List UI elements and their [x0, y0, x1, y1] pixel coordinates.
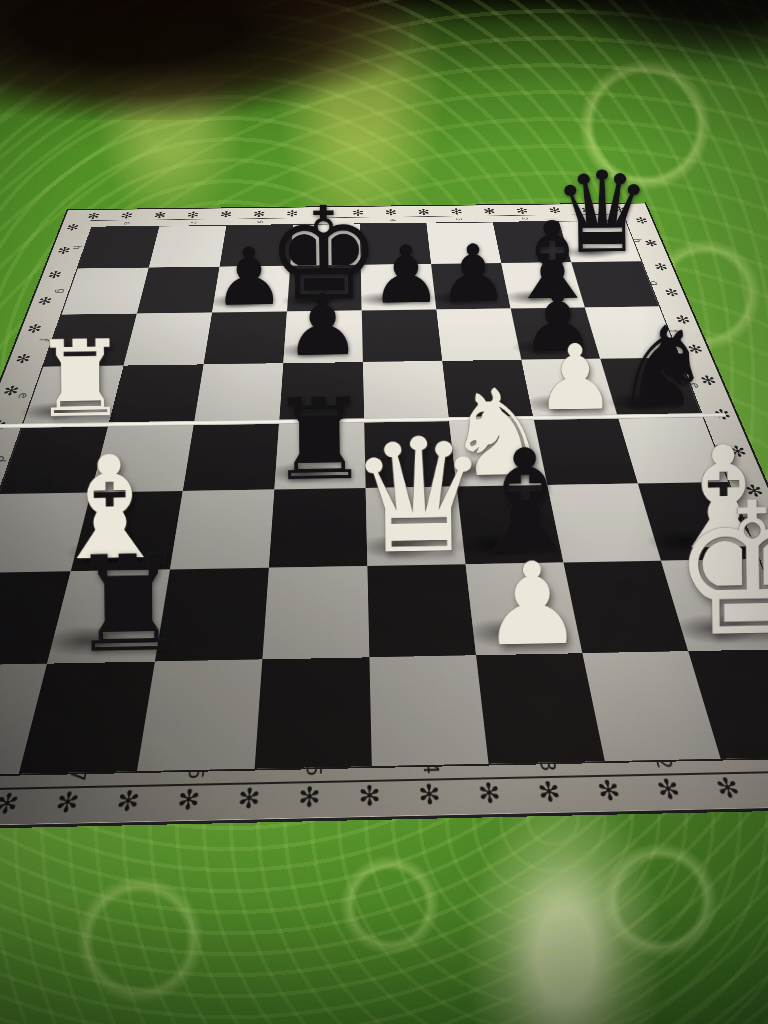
square-f3[interactable]: [436, 309, 521, 361]
square-f4[interactable]: [362, 310, 442, 363]
square-b4[interactable]: [367, 564, 476, 657]
square-b5[interactable]: [262, 566, 369, 659]
piece-black-pawn-f5[interactable]: ♟: [284, 282, 361, 368]
chess-board[interactable]: ✻ ✻ ✻ ✻ ✻ ✻ ✻ ✻ ✻ ✻ ✻ ✻ ✻ ✻ ✻ ✻ ✻ ✻ ✻ ✻ …: [0, 202, 768, 832]
piece-white-king-b1[interactable]: ♚: [670, 477, 768, 663]
square-b3[interactable]: ♟: [466, 562, 583, 655]
rank-label-5: 5: [321, 202, 333, 240]
piece-white-pawn-b3[interactable]: ♟: [481, 547, 584, 663]
rank-label-4: 4: [386, 202, 399, 240]
board-grid: ♛♟♚♟♟♝♟♟♜♟♞♜♞♝♛♝♝♜♟♚: [0, 221, 768, 776]
piece-black-pawn-g3[interactable]: ♟: [437, 234, 509, 314]
photo-root: { "game": "chess", "position": { "fen": …: [0, 0, 768, 1024]
square-g4[interactable]: ♟: [361, 264, 437, 311]
square-g3[interactable]: ♟: [431, 263, 511, 309]
piece-black-pawn-g4[interactable]: ♟: [370, 235, 442, 315]
rank-label-5: 5: [301, 713, 325, 833]
square-f5[interactable]: ♟: [283, 311, 363, 364]
square-c4[interactable]: ♛: [366, 486, 466, 565]
square-f7[interactable]: [124, 313, 212, 366]
board-scene: ✻ ✻ ✻ ✻ ✻ ✻ ✻ ✻ ✻ ✻ ✻ ✻ ✻ ✻ ✻ ✻ ✻ ✻ ✻ ✻ …: [0, 0, 768, 820]
piece-black-rook-b7[interactable]: ♜: [68, 537, 188, 671]
